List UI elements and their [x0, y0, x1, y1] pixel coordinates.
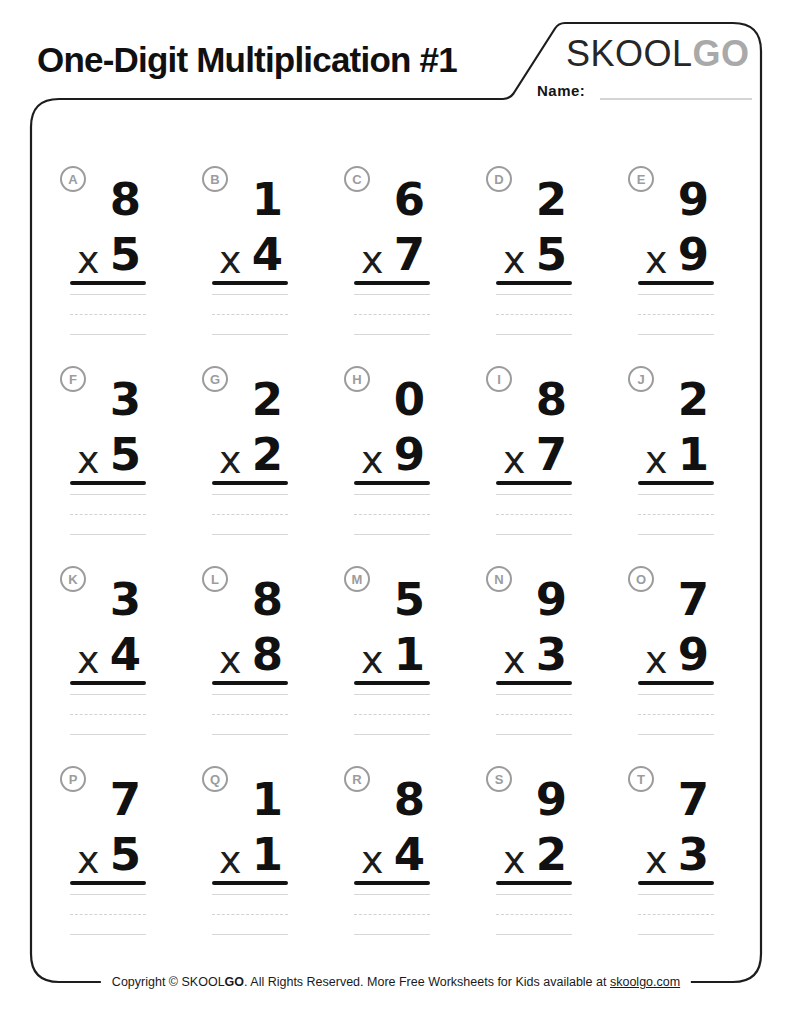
footer-text-middle: . All Rights Reserved. More Free Workshe… [244, 975, 610, 989]
writing-guide-top-line [212, 294, 288, 295]
multiplicand-row: 8 [70, 166, 146, 218]
multiplier: 5 [110, 237, 141, 273]
writing-guide-bottom-line [70, 734, 146, 735]
multiply-sign: x [645, 449, 668, 472]
multiply-sign: x [645, 849, 668, 872]
multiplicand: 3 [110, 582, 141, 618]
multiplicand: 9 [678, 182, 709, 218]
multiplier-row: x 3 [638, 818, 714, 873]
writing-guide-top-line [70, 694, 146, 695]
multiply-sign: x [219, 849, 242, 872]
problem-stack: 8 x 8 [212, 566, 288, 735]
multiplier: 4 [394, 837, 425, 873]
multiplier-row: x 7 [354, 218, 430, 273]
writing-guide-bottom-line [354, 934, 430, 935]
multiplier: 1 [394, 637, 425, 673]
multiplicand-row: 7 [638, 766, 714, 818]
writing-guide-top-line [638, 294, 714, 295]
multiplier-row: x 2 [212, 418, 288, 473]
writing-guide-top-line [212, 494, 288, 495]
problem-cell: F 3 x 5 [60, 366, 146, 566]
multiplicand: 9 [536, 782, 567, 818]
multiplicand: 9 [536, 582, 567, 618]
multiplier: 3 [536, 637, 567, 673]
multiplicand-row: 9 [638, 166, 714, 218]
problem-cell: Q 1 x 1 [202, 766, 288, 966]
writing-guide-mid-line [70, 514, 146, 515]
writing-guide-top-line [638, 894, 714, 895]
problems-grid: A 8 x 5 B 1 [60, 166, 714, 966]
multiplier-row: x 3 [496, 618, 572, 673]
writing-guide-bottom-line [354, 534, 430, 535]
writing-guide-bottom-line [496, 334, 572, 335]
writing-guide-bottom-line [496, 534, 572, 535]
problem-cell: I 8 x 7 [486, 366, 572, 566]
problem-cell: M 5 x 1 [344, 566, 430, 766]
writing-guide-top-line [638, 494, 714, 495]
multiply-sign: x [645, 649, 668, 672]
problem-stack: 7 x 5 [70, 766, 146, 935]
multiplicand-row: 8 [496, 366, 572, 418]
writing-guide-mid-line [354, 514, 430, 515]
logo-text-go: GO [693, 33, 750, 74]
multiplier-row: x 9 [638, 618, 714, 673]
multiplicand-row: 2 [496, 166, 572, 218]
multiplicand-row: 0 [354, 366, 430, 418]
problem-cell: H 0 x 9 [344, 366, 430, 566]
multiplier: 5 [110, 437, 141, 473]
multiplier-row: x 5 [496, 218, 572, 273]
problem-cell: R 8 x 4 [344, 766, 430, 966]
multiplicand-row: 1 [212, 766, 288, 818]
multiplier-row: x 1 [638, 418, 714, 473]
footer-copyright: Copyright © SKOOLGO. All Rights Reserved… [101, 975, 691, 989]
multiply-sign: x [503, 249, 526, 272]
writing-guide-mid-line [638, 314, 714, 315]
writing-guide-mid-line [354, 314, 430, 315]
writing-guide-top-line [354, 894, 430, 895]
multiplier-row: x 7 [496, 418, 572, 473]
problem-cell: L 8 x 8 [202, 566, 288, 766]
multiplier: 7 [536, 437, 567, 473]
writing-guide-bottom-line [212, 334, 288, 335]
writing-guide-mid-line [70, 314, 146, 315]
writing-guide-mid-line [638, 914, 714, 915]
multiplier: 2 [252, 437, 283, 473]
multiplier-row: x 4 [212, 218, 288, 273]
multiplicand: 8 [252, 582, 283, 618]
multiplicand: 6 [394, 182, 425, 218]
multiplicand-row: 6 [354, 166, 430, 218]
writing-guide-mid-line [212, 514, 288, 515]
writing-guide-top-line [70, 294, 146, 295]
multiplicand: 7 [110, 782, 141, 818]
multiplicand: 5 [394, 582, 425, 618]
multiplier: 8 [252, 637, 283, 673]
page-title: One-Digit Multiplication #1 [37, 40, 457, 80]
multiplicand: 1 [252, 182, 283, 218]
multiply-sign: x [77, 449, 100, 472]
multiplier: 5 [110, 837, 141, 873]
writing-guide-top-line [354, 294, 430, 295]
writing-guide-mid-line [212, 314, 288, 315]
multiplier-row: x 5 [70, 418, 146, 473]
multiply-sign: x [503, 849, 526, 872]
writing-guide-bottom-line [496, 734, 572, 735]
problem-stack: 9 x 9 [638, 166, 714, 335]
writing-guide-mid-line [354, 714, 430, 715]
multiply-sign: x [503, 449, 526, 472]
writing-guide-mid-line [496, 514, 572, 515]
writing-guide-top-line [354, 694, 430, 695]
problem-cell: O 7 x 9 [628, 566, 714, 766]
multiplier: 1 [678, 437, 709, 473]
writing-guide-bottom-line [212, 534, 288, 535]
multiplier: 4 [252, 237, 283, 273]
multiplicand-row: 9 [496, 766, 572, 818]
problem-stack: 2 x 1 [638, 366, 714, 535]
problem-stack: 9 x 3 [496, 566, 572, 735]
multiplier-row: x 4 [354, 818, 430, 873]
writing-guide-bottom-line [70, 934, 146, 935]
writing-guide-bottom-line [638, 534, 714, 535]
multiplicand: 3 [110, 382, 141, 418]
multiply-sign: x [219, 249, 242, 272]
problem-stack: 0 x 9 [354, 366, 430, 535]
multiplicand-row: 2 [212, 366, 288, 418]
problem-stack: 9 x 2 [496, 766, 572, 935]
problem-cell: P 7 x 5 [60, 766, 146, 966]
problem-stack: 1 x 4 [212, 166, 288, 335]
writing-guide-mid-line [496, 914, 572, 915]
multiplicand-row: 7 [70, 766, 146, 818]
multiplicand-row: 3 [70, 566, 146, 618]
problem-stack: 8 x 5 [70, 166, 146, 335]
writing-guide-mid-line [496, 714, 572, 715]
multiplicand: 2 [252, 382, 283, 418]
multiply-sign: x [361, 649, 384, 672]
logo-text-skool: SKOOL [566, 33, 693, 74]
writing-guide-top-line [496, 894, 572, 895]
multiplicand: 2 [678, 382, 709, 418]
problem-stack: 2 x 2 [212, 366, 288, 535]
problem-cell: A 8 x 5 [60, 166, 146, 366]
problem-stack: 8 x 4 [354, 766, 430, 935]
writing-guide-top-line [354, 494, 430, 495]
multiplicand: 8 [394, 782, 425, 818]
writing-guide-bottom-line [354, 334, 430, 335]
writing-guide-bottom-line [212, 734, 288, 735]
problem-cell: C 6 x 7 [344, 166, 430, 366]
writing-guide-mid-line [70, 714, 146, 715]
multiplicand-row: 9 [496, 566, 572, 618]
multiplier-row: x 8 [212, 618, 288, 673]
writing-guide-top-line [70, 494, 146, 495]
writing-guide-bottom-line [212, 934, 288, 935]
multiplicand-row: 1 [212, 166, 288, 218]
problem-cell: K 3 x 4 [60, 566, 146, 766]
writing-guide-bottom-line [70, 334, 146, 335]
writing-guide-mid-line [354, 914, 430, 915]
writing-guide-mid-line [638, 514, 714, 515]
problem-stack: 3 x 4 [70, 566, 146, 735]
multiplicand-row: 2 [638, 366, 714, 418]
multiplier: 5 [536, 237, 567, 273]
multiplicand: 8 [110, 182, 141, 218]
multiply-sign: x [361, 249, 384, 272]
multiplier-row: x 9 [638, 218, 714, 273]
problem-cell: D 2 x 5 [486, 166, 572, 366]
writing-guide-top-line [212, 894, 288, 895]
writing-guide-top-line [496, 694, 572, 695]
multiplier-row: x 5 [70, 218, 146, 273]
problem-stack: 7 x 3 [638, 766, 714, 935]
writing-guide-bottom-line [638, 334, 714, 335]
problem-cell: N 9 x 3 [486, 566, 572, 766]
writing-guide-top-line [496, 494, 572, 495]
multiplicand: 8 [536, 382, 567, 418]
writing-guide-bottom-line [354, 734, 430, 735]
multiply-sign: x [503, 649, 526, 672]
multiplicand-row: 7 [638, 566, 714, 618]
problem-stack: 7 x 9 [638, 566, 714, 735]
writing-guide-mid-line [638, 714, 714, 715]
writing-guide-bottom-line [70, 534, 146, 535]
multiplier: 7 [394, 237, 425, 273]
problem-cell: G 2 x 2 [202, 366, 288, 566]
multiply-sign: x [361, 449, 384, 472]
writing-guide-mid-line [70, 914, 146, 915]
multiplier-row: x 4 [70, 618, 146, 673]
multiplier-row: x 5 [70, 818, 146, 873]
name-field-row: Name: [537, 82, 585, 99]
writing-guide-bottom-line [496, 934, 572, 935]
multiplier: 9 [678, 637, 709, 673]
problem-stack: 2 x 5 [496, 166, 572, 335]
multiply-sign: x [361, 849, 384, 872]
multiplier: 1 [252, 837, 283, 873]
multiplicand: 0 [394, 382, 425, 418]
writing-guide-bottom-line [638, 734, 714, 735]
problem-cell: J 2 x 1 [628, 366, 714, 566]
writing-guide-top-line [212, 694, 288, 695]
writing-guide-mid-line [212, 714, 288, 715]
multiplicand-row: 3 [70, 366, 146, 418]
multiply-sign: x [77, 649, 100, 672]
multiply-sign: x [645, 249, 668, 272]
multiply-sign: x [219, 649, 242, 672]
multiplier-row: x 1 [354, 618, 430, 673]
multiplicand-row: 8 [354, 766, 430, 818]
writing-guide-top-line [638, 694, 714, 695]
multiplicand: 1 [252, 782, 283, 818]
problem-stack: 3 x 5 [70, 366, 146, 535]
footer-logo-bold: GO [225, 975, 244, 989]
writing-guide-mid-line [212, 914, 288, 915]
problem-cell: B 1 x 4 [202, 166, 288, 366]
footer-text-prefix: Copyright © SKOOL [112, 975, 225, 989]
multiplicand: 7 [678, 582, 709, 618]
multiplier: 4 [110, 637, 141, 673]
problem-stack: 6 x 7 [354, 166, 430, 335]
multiplicand: 2 [536, 182, 567, 218]
multiplier: 2 [536, 837, 567, 873]
name-label: Name: [537, 82, 585, 99]
multiply-sign: x [77, 249, 100, 272]
skoolgo-link[interactable]: skoolgo.com [610, 975, 680, 989]
problem-stack: 8 x 7 [496, 366, 572, 535]
problem-stack: 1 x 1 [212, 766, 288, 935]
writing-guide-mid-line [496, 314, 572, 315]
multiplier-row: x 9 [354, 418, 430, 473]
writing-guide-top-line [496, 294, 572, 295]
multiplier: 3 [678, 837, 709, 873]
multiplicand: 7 [678, 782, 709, 818]
multiplicand-row: 8 [212, 566, 288, 618]
writing-guide-top-line [70, 894, 146, 895]
writing-guide-bottom-line [638, 934, 714, 935]
multiplier-row: x 1 [212, 818, 288, 873]
multiplier: 9 [394, 437, 425, 473]
multiply-sign: x [77, 849, 100, 872]
skoolgo-logo: SKOOLGO [566, 33, 750, 75]
multiply-sign: x [219, 449, 242, 472]
problem-cell: S 9 x 2 [486, 766, 572, 966]
worksheet-page: One-Digit Multiplication #1 SKOOLGO Name… [0, 0, 792, 1024]
problem-cell: E 9 x 9 [628, 166, 714, 366]
problem-cell: T 7 x 3 [628, 766, 714, 966]
problem-stack: 5 x 1 [354, 566, 430, 735]
multiplicand-row: 5 [354, 566, 430, 618]
multiplier: 9 [678, 237, 709, 273]
multiplier-row: x 2 [496, 818, 572, 873]
